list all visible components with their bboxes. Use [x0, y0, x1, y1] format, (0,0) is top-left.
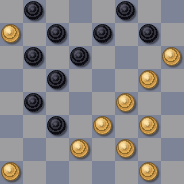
black-checker-piece[interactable]: [47, 70, 66, 89]
square-0-7[interactable]: [161, 0, 184, 23]
square-4-1[interactable]: [23, 92, 46, 115]
square-4-2: [46, 92, 69, 115]
black-checker-piece[interactable]: [47, 24, 66, 43]
square-5-0[interactable]: [0, 115, 23, 138]
square-7-6[interactable]: [138, 161, 161, 184]
square-5-5: [115, 115, 138, 138]
checkers-board: [0, 0, 184, 184]
black-checker-piece[interactable]: [93, 24, 112, 43]
gold-checker-piece[interactable]: [139, 116, 158, 135]
square-2-4: [92, 46, 115, 69]
square-6-7[interactable]: [161, 138, 184, 161]
gold-checker-piece[interactable]: [162, 47, 181, 66]
square-1-6[interactable]: [138, 23, 161, 46]
square-6-0: [0, 138, 23, 161]
square-3-6[interactable]: [138, 69, 161, 92]
square-4-3[interactable]: [69, 92, 92, 115]
square-2-6: [138, 46, 161, 69]
gold-checker-piece[interactable]: [1, 162, 20, 181]
square-0-0: [0, 0, 23, 23]
square-4-6: [138, 92, 161, 115]
square-0-3[interactable]: [69, 0, 92, 23]
square-0-2: [46, 0, 69, 23]
square-0-4: [92, 0, 115, 23]
square-3-5: [115, 69, 138, 92]
square-1-7: [161, 23, 184, 46]
square-7-0[interactable]: [0, 161, 23, 184]
square-6-5[interactable]: [115, 138, 138, 161]
square-3-1: [23, 69, 46, 92]
square-3-0[interactable]: [0, 69, 23, 92]
black-checker-piece[interactable]: [24, 1, 43, 20]
square-3-3: [69, 69, 92, 92]
square-7-4[interactable]: [92, 161, 115, 184]
square-2-2: [46, 46, 69, 69]
square-6-6: [138, 138, 161, 161]
square-4-0: [0, 92, 23, 115]
gold-checker-piece[interactable]: [116, 93, 135, 112]
square-2-0: [0, 46, 23, 69]
square-6-3[interactable]: [69, 138, 92, 161]
square-1-2[interactable]: [46, 23, 69, 46]
square-6-1[interactable]: [23, 138, 46, 161]
square-3-4[interactable]: [92, 69, 115, 92]
square-5-4[interactable]: [92, 115, 115, 138]
square-2-3[interactable]: [69, 46, 92, 69]
square-5-2[interactable]: [46, 115, 69, 138]
square-1-3: [69, 23, 92, 46]
square-7-5: [115, 161, 138, 184]
square-5-7: [161, 115, 184, 138]
square-4-4: [92, 92, 115, 115]
square-0-5[interactable]: [115, 0, 138, 23]
square-1-4[interactable]: [92, 23, 115, 46]
gold-checker-piece[interactable]: [139, 70, 158, 89]
gold-checker-piece[interactable]: [1, 24, 20, 43]
black-checker-piece[interactable]: [139, 24, 158, 43]
square-2-7[interactable]: [161, 46, 184, 69]
square-4-5[interactable]: [115, 92, 138, 115]
square-4-7[interactable]: [161, 92, 184, 115]
gold-checker-piece[interactable]: [116, 139, 135, 158]
square-2-5[interactable]: [115, 46, 138, 69]
square-7-2[interactable]: [46, 161, 69, 184]
gold-checker-piece[interactable]: [93, 116, 112, 135]
gold-checker-piece[interactable]: [70, 139, 89, 158]
square-1-0[interactable]: [0, 23, 23, 46]
gold-checker-piece[interactable]: [139, 162, 158, 181]
square-7-7: [161, 161, 184, 184]
black-checker-piece[interactable]: [24, 47, 43, 66]
black-checker-piece[interactable]: [70, 47, 89, 66]
square-3-7: [161, 69, 184, 92]
black-checker-piece[interactable]: [24, 93, 43, 112]
square-6-2: [46, 138, 69, 161]
square-0-1[interactable]: [23, 0, 46, 23]
square-1-1: [23, 23, 46, 46]
square-7-3: [69, 161, 92, 184]
square-5-6[interactable]: [138, 115, 161, 138]
black-checker-piece[interactable]: [116, 1, 135, 20]
square-6-4: [92, 138, 115, 161]
square-3-2[interactable]: [46, 69, 69, 92]
square-1-5: [115, 23, 138, 46]
square-2-1[interactable]: [23, 46, 46, 69]
square-0-6: [138, 0, 161, 23]
black-checker-piece[interactable]: [47, 116, 66, 135]
square-7-1: [23, 161, 46, 184]
square-5-1: [23, 115, 46, 138]
square-5-3: [69, 115, 92, 138]
